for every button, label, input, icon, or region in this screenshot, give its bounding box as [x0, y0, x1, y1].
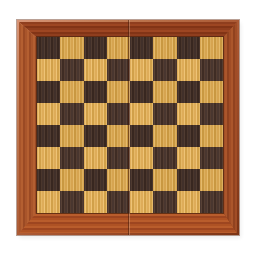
- square-d5[interactable]: [107, 103, 130, 125]
- square-a4[interactable]: [37, 125, 60, 147]
- square-c5[interactable]: [84, 103, 107, 125]
- square-b2[interactable]: [60, 169, 83, 191]
- square-g5[interactable]: [177, 103, 200, 125]
- square-c7[interactable]: [84, 59, 107, 81]
- square-d7[interactable]: [107, 59, 130, 81]
- square-b1[interactable]: [60, 191, 83, 213]
- square-a5[interactable]: [37, 103, 60, 125]
- square-a1[interactable]: [37, 191, 60, 213]
- square-d1[interactable]: [107, 191, 130, 213]
- square-d2[interactable]: [107, 169, 130, 191]
- square-d8[interactable]: [107, 37, 130, 59]
- square-a8[interactable]: [37, 37, 60, 59]
- square-h8[interactable]: [200, 37, 223, 59]
- frame-rail-left: [19, 22, 37, 233]
- square-a2[interactable]: [37, 169, 60, 191]
- square-b6[interactable]: [60, 81, 83, 103]
- square-h3[interactable]: [200, 147, 223, 169]
- square-b5[interactable]: [60, 103, 83, 125]
- square-f5[interactable]: [153, 103, 176, 125]
- square-g8[interactable]: [177, 37, 200, 59]
- square-f4[interactable]: [153, 125, 176, 147]
- square-f3[interactable]: [153, 147, 176, 169]
- square-g3[interactable]: [177, 147, 200, 169]
- square-f8[interactable]: [153, 37, 176, 59]
- square-f1[interactable]: [153, 191, 176, 213]
- square-a7[interactable]: [37, 59, 60, 81]
- frame-rail-right: [223, 22, 237, 233]
- square-d4[interactable]: [107, 125, 130, 147]
- square-d6[interactable]: [107, 81, 130, 103]
- square-b3[interactable]: [60, 147, 83, 169]
- square-b7[interactable]: [60, 59, 83, 81]
- chess-board: [17, 20, 239, 235]
- square-c8[interactable]: [84, 37, 107, 59]
- square-b8[interactable]: [60, 37, 83, 59]
- square-d3[interactable]: [107, 147, 130, 169]
- square-a3[interactable]: [37, 147, 60, 169]
- square-f2[interactable]: [153, 169, 176, 191]
- square-c1[interactable]: [84, 191, 107, 213]
- square-e5[interactable]: [130, 103, 153, 125]
- square-h6[interactable]: [200, 81, 223, 103]
- square-c4[interactable]: [84, 125, 107, 147]
- square-e7[interactable]: [130, 59, 153, 81]
- square-a6[interactable]: [37, 81, 60, 103]
- square-h7[interactable]: [200, 59, 223, 81]
- square-c3[interactable]: [84, 147, 107, 169]
- square-e4[interactable]: [130, 125, 153, 147]
- square-h2[interactable]: [200, 169, 223, 191]
- square-g1[interactable]: [177, 191, 200, 213]
- square-c2[interactable]: [84, 169, 107, 191]
- square-e6[interactable]: [130, 81, 153, 103]
- square-h4[interactable]: [200, 125, 223, 147]
- square-e3[interactable]: [130, 147, 153, 169]
- square-e8[interactable]: [130, 37, 153, 59]
- square-g2[interactable]: [177, 169, 200, 191]
- square-g7[interactable]: [177, 59, 200, 81]
- square-e1[interactable]: [130, 191, 153, 213]
- playing-field: [37, 37, 223, 213]
- square-g6[interactable]: [177, 81, 200, 103]
- square-b4[interactable]: [60, 125, 83, 147]
- photo-background: [0, 0, 260, 260]
- square-g4[interactable]: [177, 125, 200, 147]
- fold-seam: [128, 20, 130, 235]
- square-c6[interactable]: [84, 81, 107, 103]
- square-e2[interactable]: [130, 169, 153, 191]
- square-h5[interactable]: [200, 103, 223, 125]
- square-f6[interactable]: [153, 81, 176, 103]
- square-h1[interactable]: [200, 191, 223, 213]
- square-f7[interactable]: [153, 59, 176, 81]
